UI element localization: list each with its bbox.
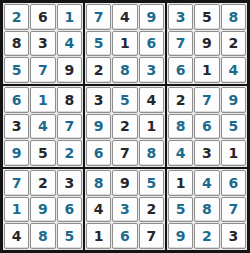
cell-r7c1[interactable]: 7: [4, 170, 29, 196]
cell-r2c7[interactable]: 7: [168, 31, 193, 57]
cell-r5c8[interactable]: 6: [194, 114, 219, 140]
cell-r2c5[interactable]: 1: [112, 31, 137, 57]
cell-r2c6[interactable]: 6: [139, 31, 164, 57]
cell-r1c3[interactable]: 1: [57, 4, 82, 30]
cell-r4c1[interactable]: 6: [4, 87, 29, 113]
cell-r7c8[interactable]: 4: [194, 170, 219, 196]
cell-r5c1[interactable]: 3: [4, 114, 29, 140]
cell-r9c2[interactable]: 8: [30, 223, 55, 249]
box-1-1: 261834579: [3, 3, 83, 84]
cell-r9c1[interactable]: 4: [4, 223, 29, 249]
cell-r8c2[interactable]: 9: [30, 197, 55, 223]
box-2-2: 354921678: [85, 86, 165, 167]
cell-r6c4[interactable]: 6: [86, 140, 111, 166]
cell-r6c2[interactable]: 5: [30, 140, 55, 166]
cell-r2c8[interactable]: 9: [194, 31, 219, 57]
cell-r8c3[interactable]: 6: [57, 197, 82, 223]
cell-r1c5[interactable]: 4: [112, 4, 137, 30]
cell-r1c1[interactable]: 2: [4, 4, 29, 30]
box-2-1: 618347952: [3, 86, 83, 167]
cell-r5c7[interactable]: 8: [168, 114, 193, 140]
cell-r3c5[interactable]: 8: [112, 57, 137, 83]
cell-r3c6[interactable]: 3: [139, 57, 164, 83]
cell-r5c4[interactable]: 9: [86, 114, 111, 140]
cell-r9c6[interactable]: 7: [139, 223, 164, 249]
box-2-3: 279865431: [167, 86, 247, 167]
cell-r5c3[interactable]: 7: [57, 114, 82, 140]
cell-r8c7[interactable]: 5: [168, 197, 193, 223]
cell-r2c2[interactable]: 3: [30, 31, 55, 57]
box-3-3: 146587923: [167, 169, 247, 250]
cell-r6c3[interactable]: 2: [57, 140, 82, 166]
box-3-1: 723196485: [3, 169, 83, 250]
cell-r8c8[interactable]: 8: [194, 197, 219, 223]
cell-r3c4[interactable]: 2: [86, 57, 111, 83]
cell-r4c6[interactable]: 4: [139, 87, 164, 113]
cell-r9c5[interactable]: 6: [112, 223, 137, 249]
cell-r5c2[interactable]: 4: [30, 114, 55, 140]
cell-r7c3[interactable]: 3: [57, 170, 82, 196]
cell-r8c9[interactable]: 7: [221, 197, 246, 223]
cell-r8c4[interactable]: 4: [86, 197, 111, 223]
cell-r4c3[interactable]: 8: [57, 87, 82, 113]
cell-r8c6[interactable]: 2: [139, 197, 164, 223]
cell-r4c9[interactable]: 9: [221, 87, 246, 113]
cell-r7c2[interactable]: 2: [30, 170, 55, 196]
cell-r6c7[interactable]: 4: [168, 140, 193, 166]
cell-r4c7[interactable]: 2: [168, 87, 193, 113]
cell-r8c1[interactable]: 1: [4, 197, 29, 223]
cell-r2c4[interactable]: 5: [86, 31, 111, 57]
cell-r9c3[interactable]: 5: [57, 223, 82, 249]
cell-r8c5[interactable]: 3: [112, 197, 137, 223]
cell-r3c9[interactable]: 4: [221, 57, 246, 83]
cell-r3c1[interactable]: 5: [4, 57, 29, 83]
cell-r6c6[interactable]: 8: [139, 140, 164, 166]
cell-r6c5[interactable]: 7: [112, 140, 137, 166]
cell-r7c5[interactable]: 9: [112, 170, 137, 196]
cell-r5c6[interactable]: 1: [139, 114, 164, 140]
cell-r3c2[interactable]: 7: [30, 57, 55, 83]
sudoku-app: 2618345797495162833587926146183479523549…: [0, 0, 250, 253]
cell-r7c4[interactable]: 8: [86, 170, 111, 196]
cell-r1c6[interactable]: 9: [139, 4, 164, 30]
cell-r1c7[interactable]: 3: [168, 4, 193, 30]
cell-r4c5[interactable]: 5: [112, 87, 137, 113]
sudoku-board: 2618345797495162833587926146183479523549…: [0, 0, 250, 253]
cell-r6c1[interactable]: 9: [4, 140, 29, 166]
cell-r4c2[interactable]: 1: [30, 87, 55, 113]
cell-r5c5[interactable]: 2: [112, 114, 137, 140]
cell-r3c7[interactable]: 6: [168, 57, 193, 83]
cell-r1c2[interactable]: 6: [30, 4, 55, 30]
cell-r3c3[interactable]: 9: [57, 57, 82, 83]
cell-r1c4[interactable]: 7: [86, 4, 111, 30]
cell-r7c6[interactable]: 5: [139, 170, 164, 196]
cell-r7c9[interactable]: 6: [221, 170, 246, 196]
box-1-2: 749516283: [85, 3, 165, 84]
cell-r1c9[interactable]: 8: [221, 4, 246, 30]
cell-r2c3[interactable]: 4: [57, 31, 82, 57]
cell-r2c9[interactable]: 2: [221, 31, 246, 57]
box-3-2: 895432167: [85, 169, 165, 250]
cell-r9c8[interactable]: 2: [194, 223, 219, 249]
cell-r9c9[interactable]: 3: [221, 223, 246, 249]
cell-r7c7[interactable]: 1: [168, 170, 193, 196]
cell-r6c8[interactable]: 3: [194, 140, 219, 166]
cell-r4c8[interactable]: 7: [194, 87, 219, 113]
cell-r2c1[interactable]: 8: [4, 31, 29, 57]
cell-r1c8[interactable]: 5: [194, 4, 219, 30]
cell-r3c8[interactable]: 1: [194, 57, 219, 83]
box-1-3: 358792614: [167, 3, 247, 84]
cell-r6c9[interactable]: 1: [221, 140, 246, 166]
cell-r5c9[interactable]: 5: [221, 114, 246, 140]
cell-r9c4[interactable]: 1: [86, 223, 111, 249]
cell-r9c7[interactable]: 9: [168, 223, 193, 249]
cell-r4c4[interactable]: 3: [86, 87, 111, 113]
